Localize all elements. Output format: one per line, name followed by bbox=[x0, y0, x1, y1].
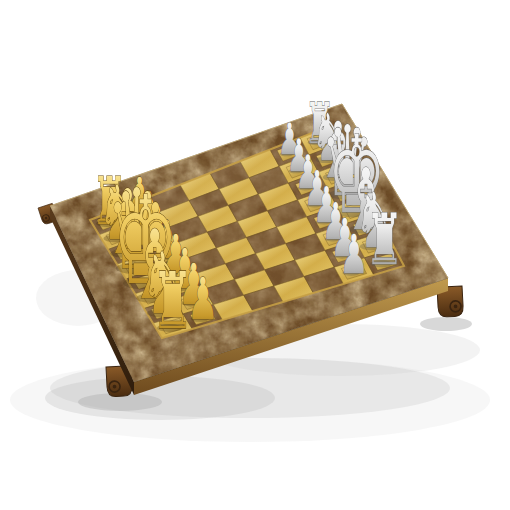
shadow-blob bbox=[10, 358, 490, 442]
svg-text:♜: ♜ bbox=[365, 198, 403, 280]
piece-silver-rook-h8: ♜ bbox=[365, 198, 403, 280]
piece-gold-rook-h1: ♜ bbox=[152, 255, 194, 346]
chess-board-scene: ♜♟♞♟♝♟♛♟♚♟♟♜♟♝♞♟♟♞♝♟♟♜♛♟♟♚♟♝♟♞♟♜ bbox=[0, 0, 510, 510]
svg-text:♜: ♜ bbox=[152, 255, 194, 346]
chess-set-product-photo: ♜♟♞♟♝♟♛♟♚♟♟♜♟♝♞♟♟♞♝♟♟♜♛♟♟♚♟♝♟♞♟♜ bbox=[0, 0, 510, 510]
piece-silver-pawn-h7: ♟ bbox=[340, 223, 369, 285]
shadow-blob bbox=[420, 317, 472, 331]
svg-text:♟: ♟ bbox=[340, 223, 369, 285]
